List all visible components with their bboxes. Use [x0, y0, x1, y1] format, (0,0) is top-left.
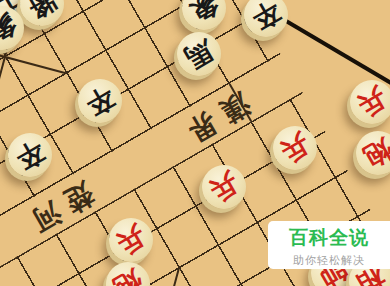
black-piece-卒[interactable]: 卒 [8, 133, 52, 177]
watermark-badge: 百科全说 助你轻松解决 [268, 221, 390, 269]
red-piece-兵[interactable]: 兵 [202, 165, 246, 209]
red-piece-兵[interactable]: 兵 [109, 218, 153, 262]
piece-character: 兵 [277, 130, 314, 167]
black-piece-馬[interactable]: 馬 [177, 32, 221, 76]
piece-character: 炮 [360, 135, 390, 172]
piece-character: 兵 [113, 222, 150, 259]
piece-character: 將 [24, 0, 61, 22]
piece-character: 炮 [110, 266, 147, 286]
black-piece-卒[interactable]: 卒 [244, 0, 288, 37]
watermark-title: 百科全说 [268, 225, 390, 251]
piece-character: 兵 [354, 84, 390, 121]
red-palace-diagonal [145, 268, 179, 286]
red-piece-兵[interactable]: 兵 [273, 126, 317, 170]
piece-character: 卒 [12, 137, 49, 174]
xiangqi-photo: 楚河 漢界 士將象卒卒象馬卒兵炮兵兵兵炮帥仕相 百科全说 助你轻松解决 [0, 0, 390, 286]
piece-character: 卒 [82, 83, 119, 120]
black-piece-卒[interactable]: 卒 [78, 79, 122, 123]
piece-character: 馬 [181, 36, 218, 73]
piece-character: 卒 [248, 0, 285, 33]
watermark-subtitle: 助你轻松解决 [268, 253, 390, 268]
red-piece-炮[interactable]: 炮 [356, 131, 390, 175]
piece-character: 象 [0, 10, 20, 47]
piece-character: 象 [186, 0, 223, 26]
piece-character: 兵 [206, 169, 243, 206]
red-piece-兵[interactable]: 兵 [350, 80, 390, 124]
